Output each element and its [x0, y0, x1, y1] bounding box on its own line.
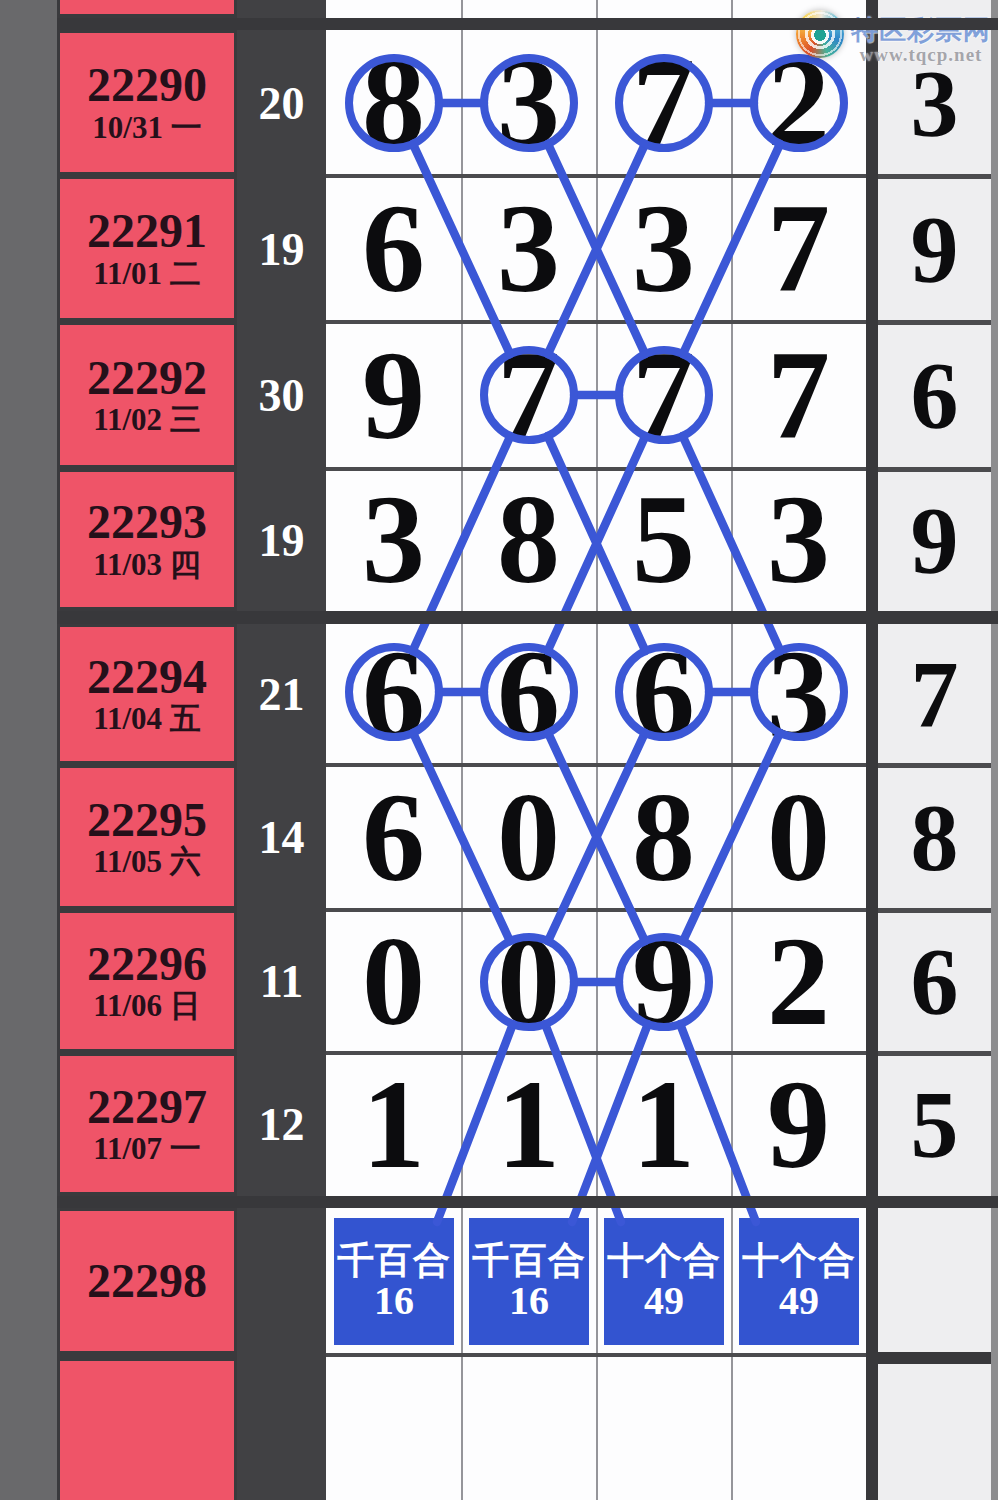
draw-cell-partial: [60, 0, 234, 14]
digit-cell: 9: [596, 910, 731, 1053]
left-margin: [0, 0, 57, 1500]
result-digit: 5: [911, 1069, 959, 1180]
draw-number: 22291: [87, 206, 207, 256]
draw-cell: 2229010/31 一: [60, 33, 234, 172]
result-digit: 7: [911, 639, 959, 750]
digit: 0: [767, 766, 830, 910]
prediction-box: 千百合16: [334, 1218, 454, 1345]
prediction-box: 千百合16: [469, 1218, 589, 1345]
sum-cell: 14: [237, 765, 326, 910]
digit-cell: 7: [461, 322, 596, 469]
digit: 2: [767, 910, 830, 1054]
draw-number: 22293: [87, 497, 207, 547]
digit: 5: [632, 468, 695, 612]
digit-cell: 3: [461, 176, 596, 322]
draw-number: 22295: [87, 795, 207, 845]
result-digit: 9: [911, 194, 959, 305]
draw-cell-empty: [60, 1361, 234, 1500]
prediction-label: 十个合: [607, 1242, 721, 1281]
draw-date: 11/07 一: [93, 1132, 201, 1166]
digit-cell: 6: [326, 176, 461, 322]
digit: 6: [632, 623, 695, 767]
draw-date: 11/06 日: [93, 989, 201, 1023]
digit: 7: [767, 324, 830, 468]
draw-cell: 2229411/04 五: [60, 627, 234, 761]
result-cell: 5: [878, 1053, 991, 1196]
sum-value: 21: [259, 668, 305, 721]
digit-cell: 8: [326, 30, 461, 176]
result-cell: 3: [878, 30, 991, 176]
digit-cell: 8: [596, 765, 731, 910]
thick-separator: [57, 18, 998, 30]
sum-cell: 12: [237, 1053, 326, 1196]
digit: 1: [632, 1053, 695, 1197]
draw-number-column: 2229010/31 一2229111/01 二2229211/02 三2229…: [57, 0, 237, 1500]
digit: 3: [497, 177, 560, 321]
sum-value: 19: [259, 223, 305, 276]
grid-hline: [326, 1353, 866, 1357]
draw-cell: 2229511/05 六: [60, 768, 234, 906]
digit-cell: 6: [461, 624, 596, 765]
result-digit: 6: [911, 926, 959, 1037]
digit: 9: [632, 910, 695, 1054]
draw-date: 11/01 二: [93, 257, 201, 291]
digit-cell: 2: [731, 30, 866, 176]
digit: 6: [362, 623, 425, 767]
result-digit: 6: [911, 340, 959, 451]
draw-cell: 2229611/06 日: [60, 913, 234, 1049]
digit: 8: [497, 468, 560, 612]
lottery-trend-chart: 2229010/31 一2229111/01 二2229211/02 三2229…: [0, 0, 998, 1500]
draw-number: 22298: [87, 1256, 207, 1306]
thick-separator: [57, 611, 998, 624]
result-digit: 9: [911, 485, 959, 596]
result-cell: 9: [878, 176, 991, 322]
prediction-label: 十个合: [742, 1242, 856, 1281]
digit: 7: [767, 177, 830, 321]
digit: 6: [362, 177, 425, 321]
digit: 8: [632, 766, 695, 910]
prediction-box: 十个合49: [604, 1218, 724, 1345]
result-cell: 6: [878, 322, 991, 469]
prediction-box: 十个合49: [739, 1218, 859, 1345]
draw-date: 10/31 一: [92, 111, 201, 145]
draw-number: 22297: [87, 1082, 207, 1132]
digit-cell: 0: [461, 765, 596, 910]
digit-cell: 0: [731, 765, 866, 910]
sum-cell: 21: [237, 624, 326, 765]
right-edge-margin: [991, 0, 998, 1500]
digit: 0: [497, 766, 560, 910]
digit-cell: 1: [596, 1053, 731, 1196]
draw-date: 11/04 五: [93, 702, 201, 736]
digit: 7: [632, 324, 695, 468]
digit: 3: [767, 468, 830, 612]
sum-value: 30: [259, 369, 305, 422]
digit: 2: [767, 31, 830, 175]
prediction-value: 16: [509, 1281, 549, 1321]
draw-cell: 2229211/02 三: [60, 325, 234, 465]
sum-cell: 30: [237, 322, 326, 469]
digit-grid: 83726337977738536663608000921119千百合16千百合…: [326, 0, 866, 1500]
digit: 3: [362, 468, 425, 612]
digit-cell: 1: [326, 1053, 461, 1196]
draw-date: 11/02 三: [93, 403, 201, 437]
draw-cell-next: 22298: [60, 1211, 234, 1351]
digit: 8: [362, 31, 425, 175]
digit: 7: [632, 31, 695, 175]
sum-cell: 20: [237, 30, 326, 176]
sum-cell: 19: [237, 176, 326, 322]
result-cell: 8: [878, 765, 991, 910]
digit-cell: 6: [596, 624, 731, 765]
digit: 3: [632, 177, 695, 321]
digit-cell: 9: [326, 322, 461, 469]
digit-cell: 3: [326, 469, 461, 611]
digit-cell: 3: [731, 469, 866, 611]
result-digit: 3: [911, 48, 959, 159]
draw-number: 22292: [87, 353, 207, 403]
sum-cell: 11: [237, 910, 326, 1053]
digit-cell: 6: [326, 765, 461, 910]
prediction-label: 千百合: [337, 1242, 451, 1281]
sum-cell: 19: [237, 469, 326, 611]
prediction-value: 49: [779, 1281, 819, 1321]
sum-column: 2019301921141112: [237, 0, 326, 1500]
digit: 1: [362, 1053, 425, 1197]
digit: 9: [767, 1053, 830, 1197]
prediction-value: 16: [374, 1281, 414, 1321]
draw-number: 22290: [87, 60, 207, 110]
sum-value: 14: [259, 811, 305, 864]
digit-cell: 7: [596, 30, 731, 176]
digit: 0: [362, 910, 425, 1054]
result-column: 39697865: [878, 0, 991, 1500]
result-cell: 7: [878, 624, 991, 765]
sum-value: 12: [259, 1098, 305, 1151]
prediction-label: 千百合: [472, 1242, 586, 1281]
digit: 6: [362, 766, 425, 910]
draw-number: 22296: [87, 939, 207, 989]
thick-separator: [57, 1196, 998, 1208]
digit: 3: [767, 623, 830, 767]
digit-cell: 1: [461, 1053, 596, 1196]
digit-cell: 5: [596, 469, 731, 611]
digit-cell: 0: [326, 910, 461, 1053]
digit-cell: 3: [461, 30, 596, 176]
digit: 9: [362, 324, 425, 468]
draw-number: 22294: [87, 652, 207, 702]
draw-cell: 2229311/03 四: [60, 472, 234, 607]
draw-date: 11/03 四: [93, 548, 201, 582]
digit: 3: [497, 31, 560, 175]
digit-cell: 6: [326, 624, 461, 765]
draw-date: 11/05 六: [93, 845, 201, 879]
digit-cell: 3: [596, 176, 731, 322]
digit: 7: [497, 324, 560, 468]
digit-cell: 3: [731, 624, 866, 765]
digit: 6: [497, 623, 560, 767]
draw-cell: 2229111/01 二: [60, 179, 234, 318]
digit-cell: 7: [731, 322, 866, 469]
result-digit: 8: [911, 782, 959, 893]
digit-cell: 8: [461, 469, 596, 611]
digit-cell: 7: [731, 176, 866, 322]
digit-cell: 0: [461, 910, 596, 1053]
digit-cell: 9: [731, 1053, 866, 1196]
result-thick-sep: [878, 1352, 991, 1364]
sum-value: 20: [259, 77, 305, 130]
result-cell: 6: [878, 910, 991, 1053]
digit-cell: 7: [596, 322, 731, 469]
digit-cell: 2: [731, 910, 866, 1053]
digit: 0: [497, 910, 560, 1054]
grid-right-divider: [866, 0, 878, 1500]
sum-value: 11: [260, 955, 303, 1008]
digit: 1: [497, 1053, 560, 1197]
sum-value: 19: [259, 514, 305, 567]
result-cell: 9: [878, 469, 991, 611]
prediction-value: 49: [644, 1281, 684, 1321]
draw-cell: 2229711/07 一: [60, 1056, 234, 1192]
